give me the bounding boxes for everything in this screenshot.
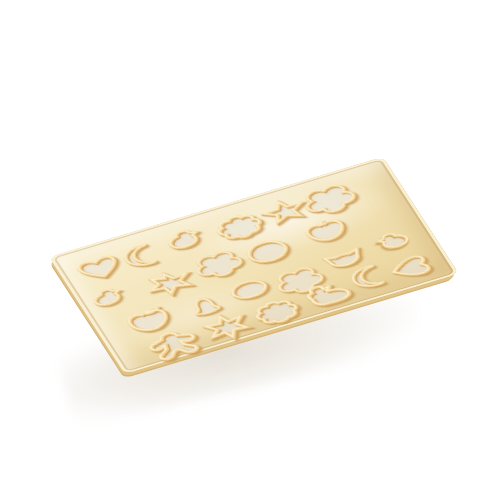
cutter-crescent xyxy=(120,239,173,270)
cutter-circle xyxy=(239,234,297,269)
cutter-chick xyxy=(88,281,141,312)
cutter-comet-star xyxy=(140,266,200,302)
product-photo-stage xyxy=(0,0,500,500)
cutter-flower xyxy=(302,183,357,216)
cutter-chick-right xyxy=(362,228,415,259)
cutter-apple xyxy=(297,214,355,249)
cutter-heart xyxy=(69,249,129,285)
cutter-flower-small xyxy=(194,249,244,279)
